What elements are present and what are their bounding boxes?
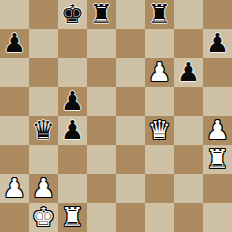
black-pawn: ♟ [177,58,200,87]
white-rook: ♜ [206,145,229,174]
square-e3[interactable] [116,145,145,174]
black-queen: ♛ [32,116,55,145]
white-pawn: ♟ [148,58,171,87]
black-pawn: ♟ [61,116,84,145]
square-b2[interactable]: ♟ [29,174,58,203]
square-f5[interactable] [145,87,174,116]
square-e6[interactable] [116,58,145,87]
white-king: ♚ [32,203,55,232]
square-a3[interactable] [0,145,29,174]
square-d2[interactable] [87,174,116,203]
square-e1[interactable] [116,203,145,232]
square-g4[interactable] [174,116,203,145]
square-b4[interactable]: ♛ [29,116,58,145]
square-f1[interactable] [145,203,174,232]
square-h1[interactable] [203,203,232,232]
square-a1[interactable] [0,203,29,232]
square-h3[interactable]: ♜ [203,145,232,174]
square-g1[interactable] [174,203,203,232]
square-h7[interactable]: ♟ [203,29,232,58]
square-a5[interactable] [0,87,29,116]
square-h8[interactable] [203,0,232,29]
square-d1[interactable] [87,203,116,232]
square-g6[interactable]: ♟ [174,58,203,87]
square-e2[interactable] [116,174,145,203]
square-e5[interactable] [116,87,145,116]
white-pawn: ♟ [32,174,55,203]
chess-board: ♚♜♜♟♟♟♟♟♛♟♛♟♜♟♟♚♜ [0,0,232,232]
black-pawn: ♟ [3,29,26,58]
square-f6[interactable]: ♟ [145,58,174,87]
square-a6[interactable] [0,58,29,87]
square-d5[interactable] [87,87,116,116]
square-g3[interactable] [174,145,203,174]
square-f7[interactable] [145,29,174,58]
square-h5[interactable] [203,87,232,116]
white-pawn: ♟ [3,174,26,203]
square-f4[interactable]: ♛ [145,116,174,145]
square-f2[interactable] [145,174,174,203]
black-king: ♚ [61,0,84,29]
square-a2[interactable]: ♟ [0,174,29,203]
square-c1[interactable]: ♜ [58,203,87,232]
square-c6[interactable] [58,58,87,87]
square-d3[interactable] [87,145,116,174]
square-d6[interactable] [87,58,116,87]
square-d7[interactable] [87,29,116,58]
square-g8[interactable] [174,0,203,29]
square-g5[interactable] [174,87,203,116]
square-b6[interactable] [29,58,58,87]
square-c2[interactable] [58,174,87,203]
square-g2[interactable] [174,174,203,203]
black-rook: ♜ [148,0,171,29]
square-c7[interactable] [58,29,87,58]
square-e7[interactable] [116,29,145,58]
square-c8[interactable]: ♚ [58,0,87,29]
square-a8[interactable] [0,0,29,29]
square-g7[interactable] [174,29,203,58]
square-a4[interactable] [0,116,29,145]
black-pawn: ♟ [206,29,229,58]
square-d8[interactable]: ♜ [87,0,116,29]
square-b5[interactable] [29,87,58,116]
square-f3[interactable] [145,145,174,174]
white-pawn: ♟ [206,116,229,145]
square-h2[interactable] [203,174,232,203]
square-b1[interactable]: ♚ [29,203,58,232]
black-rook: ♜ [90,0,113,29]
square-h6[interactable] [203,58,232,87]
square-e8[interactable] [116,0,145,29]
white-queen: ♛ [148,116,171,145]
square-b3[interactable] [29,145,58,174]
square-c4[interactable]: ♟ [58,116,87,145]
square-f8[interactable]: ♜ [145,0,174,29]
square-h4[interactable]: ♟ [203,116,232,145]
square-b7[interactable] [29,29,58,58]
square-c5[interactable]: ♟ [58,87,87,116]
white-rook: ♜ [61,203,84,232]
square-b8[interactable] [29,0,58,29]
square-c3[interactable] [58,145,87,174]
square-e4[interactable] [116,116,145,145]
square-a7[interactable]: ♟ [0,29,29,58]
square-d4[interactable] [87,116,116,145]
black-pawn: ♟ [61,87,84,116]
